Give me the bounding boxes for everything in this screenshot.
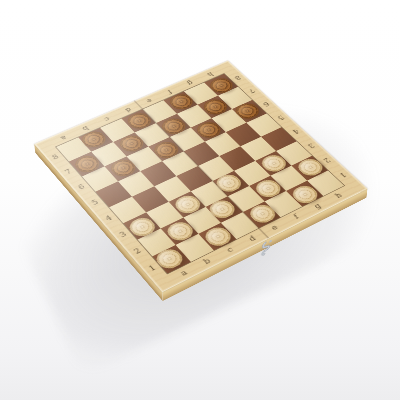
board-3d: aabbccddeeffgghh1122334455667788 — [34, 61, 367, 293]
scene: aabbccddeeffgghh1122334455667788 — [0, 0, 400, 400]
board-top: aabbccddeeffgghh1122334455667788 — [34, 61, 367, 293]
product-photo-checkers-board: aabbccddeeffgghh1122334455667788 — [0, 0, 400, 400]
